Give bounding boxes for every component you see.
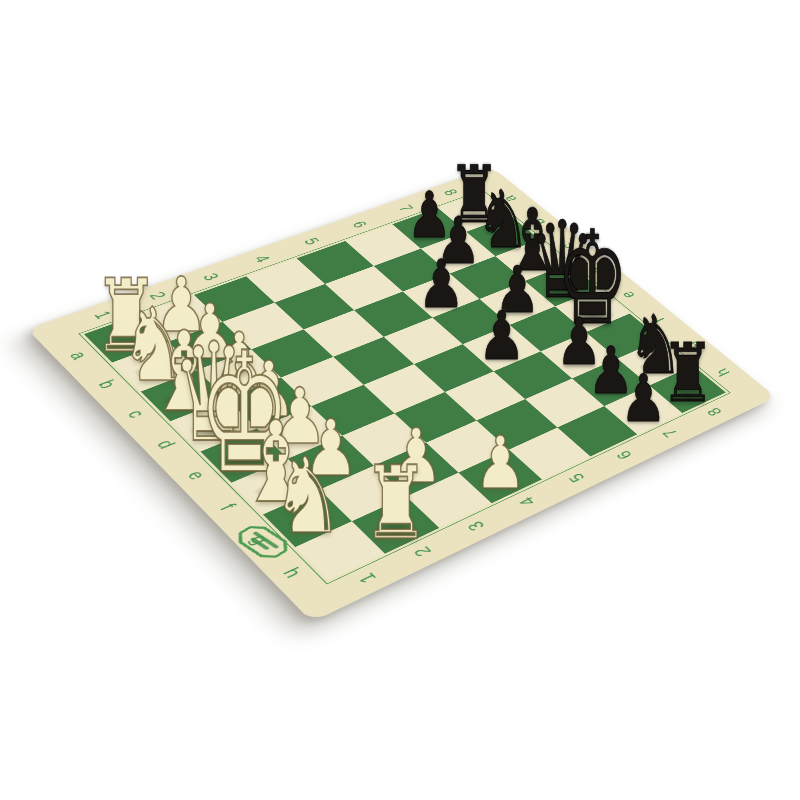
piece-white-pawn-h4[interactable]: ♟ bbox=[471, 427, 529, 500]
piece-white-knight-g1[interactable]: ♞ bbox=[267, 444, 347, 549]
piece-black-pawn-c6[interactable]: ♟ bbox=[415, 250, 468, 316]
piece-white-rook-h2[interactable]: ♜ bbox=[358, 453, 433, 554]
piece-black-pawn-h7[interactable]: ♟ bbox=[617, 365, 669, 430]
chess-set-photo: 11aa22bb33cc44dd55ee66ff77gg88hh ♜♞♝♛♚♝♞… bbox=[0, 0, 800, 800]
piece-black-pawn-e6[interactable]: ♟ bbox=[475, 303, 528, 370]
